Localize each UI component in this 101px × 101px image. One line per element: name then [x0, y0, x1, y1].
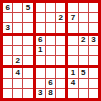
sudoku-board: 65327261234638154 — [0, 0, 101, 101]
cell-r7c4[interactable] — [36, 68, 45, 77]
box-r3c3: 154 — [68, 68, 98, 98]
box-r1c3: 7 — [68, 3, 98, 33]
cell-r9c3[interactable] — [23, 89, 32, 98]
cell-r7c8[interactable]: 5 — [79, 68, 88, 77]
cell-r6c2[interactable]: 2 — [13, 56, 22, 65]
cell-r4c4[interactable]: 6 — [36, 36, 45, 45]
cell-r3c2[interactable] — [13, 23, 22, 32]
cell-r9c5[interactable]: 8 — [46, 89, 55, 98]
cell-r5c1[interactable] — [3, 46, 12, 55]
cell-r2c2[interactable] — [13, 13, 22, 22]
cell-r2c5[interactable] — [46, 13, 55, 22]
cell-r1c2[interactable] — [13, 3, 22, 12]
box-r2c1: 2 — [3, 36, 33, 66]
cell-r3c4[interactable] — [36, 23, 45, 32]
cell-r6c8[interactable] — [79, 56, 88, 65]
cell-r7c6[interactable] — [56, 68, 65, 77]
cell-r1c3[interactable]: 5 — [23, 3, 32, 12]
cell-r9c4[interactable]: 3 — [36, 89, 45, 98]
cell-r9c1[interactable] — [3, 89, 12, 98]
cell-r1c5[interactable] — [46, 3, 55, 12]
cell-r8c9[interactable] — [89, 79, 98, 88]
cell-r5c4[interactable]: 1 — [36, 46, 45, 55]
cell-r9c9[interactable] — [89, 89, 98, 98]
cell-r3c8[interactable] — [79, 23, 88, 32]
cell-r1c8[interactable] — [79, 3, 88, 12]
cell-r6c3[interactable] — [23, 56, 32, 65]
box-r1c1: 653 — [3, 3, 33, 33]
cell-r4c7[interactable] — [68, 36, 77, 45]
cell-r4c3[interactable] — [23, 36, 32, 45]
cell-r2c8[interactable] — [79, 13, 88, 22]
cell-r5c7[interactable] — [68, 46, 77, 55]
cell-r4c6[interactable] — [56, 36, 65, 45]
cell-r4c8[interactable]: 2 — [79, 36, 88, 45]
cell-r3c9[interactable] — [89, 23, 98, 32]
cell-r4c1[interactable] — [3, 36, 12, 45]
cell-r3c5[interactable] — [46, 23, 55, 32]
box-r3c1: 4 — [3, 68, 33, 98]
cell-r9c7[interactable] — [68, 89, 77, 98]
cell-r3c3[interactable] — [23, 23, 32, 32]
box-r1c2: 2 — [36, 3, 66, 33]
cell-r8c1[interactable] — [3, 79, 12, 88]
cell-r5c9[interactable] — [89, 46, 98, 55]
cell-r2c4[interactable] — [36, 13, 45, 22]
cell-r9c8[interactable] — [79, 89, 88, 98]
box-r3c2: 638 — [36, 68, 66, 98]
cell-r4c2[interactable] — [13, 36, 22, 45]
cell-r2c7[interactable]: 7 — [68, 13, 77, 22]
cell-r8c8[interactable] — [79, 79, 88, 88]
cell-r7c1[interactable] — [3, 68, 12, 77]
cell-r5c3[interactable] — [23, 46, 32, 55]
cell-r1c4[interactable] — [36, 3, 45, 12]
cell-r1c7[interactable] — [68, 3, 77, 12]
cell-r5c8[interactable] — [79, 46, 88, 55]
cell-r9c2[interactable] — [13, 89, 22, 98]
cell-r8c4[interactable] — [36, 79, 45, 88]
cell-r7c5[interactable] — [46, 68, 55, 77]
cell-r1c1[interactable]: 6 — [3, 3, 12, 12]
cell-r6c9[interactable] — [89, 56, 98, 65]
cell-r3c1[interactable]: 3 — [3, 23, 12, 32]
cell-r2c6[interactable]: 2 — [56, 13, 65, 22]
cell-r3c6[interactable] — [56, 23, 65, 32]
cell-r6c6[interactable] — [56, 56, 65, 65]
cell-r9c6[interactable] — [56, 89, 65, 98]
cell-r2c1[interactable] — [3, 13, 12, 22]
cell-r6c1[interactable] — [3, 56, 12, 65]
cell-r4c9[interactable]: 3 — [89, 36, 98, 45]
cell-r7c9[interactable] — [89, 68, 98, 77]
cell-r2c3[interactable] — [23, 13, 32, 22]
cell-r8c7[interactable]: 4 — [68, 79, 77, 88]
cell-r7c3[interactable] — [23, 68, 32, 77]
cell-r5c5[interactable] — [46, 46, 55, 55]
box-r2c3: 23 — [68, 36, 98, 66]
cell-r5c2[interactable] — [13, 46, 22, 55]
cell-r6c4[interactable] — [36, 56, 45, 65]
cell-r8c6[interactable] — [56, 79, 65, 88]
cell-r3c7[interactable] — [68, 23, 77, 32]
cell-r6c7[interactable] — [68, 56, 77, 65]
cell-r5c6[interactable] — [56, 46, 65, 55]
cell-r2c9[interactable] — [89, 13, 98, 22]
cell-r4c5[interactable] — [46, 36, 55, 45]
cell-r7c2[interactable]: 4 — [13, 68, 22, 77]
cell-r8c5[interactable]: 6 — [46, 79, 55, 88]
cell-r6c5[interactable] — [46, 56, 55, 65]
cell-r8c3[interactable] — [23, 79, 32, 88]
cell-r1c9[interactable] — [89, 3, 98, 12]
box-r2c2: 61 — [36, 36, 66, 66]
cell-r7c7[interactable]: 1 — [68, 68, 77, 77]
cell-r1c6[interactable] — [56, 3, 65, 12]
cell-r8c2[interactable] — [13, 79, 22, 88]
